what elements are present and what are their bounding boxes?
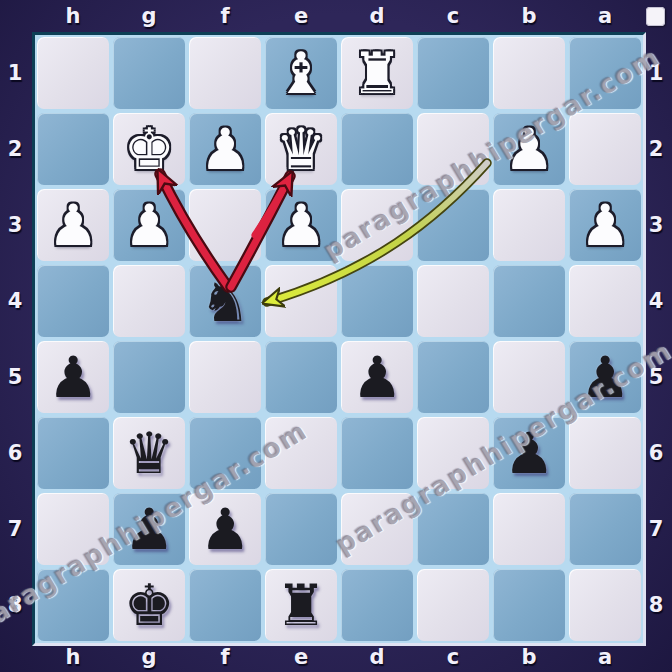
- file-label-bottom-a: a: [598, 645, 612, 669]
- square-h8[interactable]: [35, 567, 111, 643]
- square-b7[interactable]: [491, 491, 567, 567]
- black-pawn-d5: ♟: [351, 349, 402, 406]
- square-b2[interactable]: ♟: [491, 111, 567, 187]
- black-rook-e8: ♜: [275, 577, 326, 634]
- square-b6[interactable]: ♟: [491, 415, 567, 491]
- file-label-bottom-f: f: [220, 645, 229, 669]
- square-a3[interactable]: ♟: [567, 187, 643, 263]
- file-label-top-e: e: [294, 4, 308, 28]
- black-queen-g6: ♛: [123, 425, 174, 482]
- square-f6[interactable]: [187, 415, 263, 491]
- white-pawn-e3: ♟: [275, 197, 326, 254]
- rank-label-right-6: 6: [649, 441, 664, 465]
- file-label-top-h: h: [66, 4, 81, 28]
- file-label-top-a: a: [598, 4, 612, 28]
- board-frame: ♝♜♚♟♛♟♟♟♟♟♞♟♟♟♛♟♟♟♚♜: [32, 32, 646, 646]
- square-h3[interactable]: ♟: [35, 187, 111, 263]
- square-g7[interactable]: ♟: [111, 491, 187, 567]
- square-g2[interactable]: ♚: [111, 111, 187, 187]
- square-d2[interactable]: [339, 111, 415, 187]
- file-label-top-d: d: [369, 4, 384, 28]
- square-c5[interactable]: [415, 339, 491, 415]
- rank-label-left-2: 2: [8, 137, 23, 161]
- square-d6[interactable]: [339, 415, 415, 491]
- square-h7[interactable]: [35, 491, 111, 567]
- square-c3[interactable]: [415, 187, 491, 263]
- rank-label-left-6: 6: [8, 441, 23, 465]
- file-label-bottom-d: d: [369, 645, 384, 669]
- square-c4[interactable]: [415, 263, 491, 339]
- square-d8[interactable]: [339, 567, 415, 643]
- square-b8[interactable]: [491, 567, 567, 643]
- square-g1[interactable]: [111, 35, 187, 111]
- square-c7[interactable]: [415, 491, 491, 567]
- black-king-g8: ♚: [123, 577, 174, 634]
- file-label-top-g: g: [141, 4, 156, 28]
- file-label-top-c: c: [447, 4, 459, 28]
- rank-label-left-1: 1: [8, 61, 23, 85]
- square-f8[interactable]: [187, 567, 263, 643]
- rank-label-right-2: 2: [649, 137, 664, 161]
- square-e3[interactable]: ♟: [263, 187, 339, 263]
- square-f4[interactable]: ♞: [187, 263, 263, 339]
- black-pawn-a5: ♟: [579, 349, 630, 406]
- square-h4[interactable]: [35, 263, 111, 339]
- square-a4[interactable]: [567, 263, 643, 339]
- rank-label-left-7: 7: [8, 517, 23, 541]
- rank-label-right-5: 5: [649, 365, 664, 389]
- white-pawn-h3: ♟: [47, 197, 98, 254]
- square-c6[interactable]: [415, 415, 491, 491]
- square-e5[interactable]: [263, 339, 339, 415]
- file-label-bottom-b: b: [521, 645, 536, 669]
- square-h1[interactable]: [35, 35, 111, 111]
- square-g4[interactable]: [111, 263, 187, 339]
- chess-board: ♝♜♚♟♛♟♟♟♟♟♞♟♟♟♛♟♟♟♚♜: [35, 35, 643, 643]
- rank-label-left-5: 5: [8, 365, 23, 389]
- square-e2[interactable]: ♛: [263, 111, 339, 187]
- white-pawn-b2: ♟: [503, 121, 554, 178]
- rank-label-left-8: 8: [8, 593, 23, 617]
- white-square-bullet-icon: [646, 7, 665, 26]
- square-d1[interactable]: ♜: [339, 35, 415, 111]
- square-e1[interactable]: ♝: [263, 35, 339, 111]
- file-label-bottom-e: e: [294, 645, 308, 669]
- black-knight-f4: ♞: [199, 273, 250, 330]
- white-pawn-g3: ♟: [123, 197, 174, 254]
- square-a5[interactable]: ♟: [567, 339, 643, 415]
- square-e6[interactable]: [263, 415, 339, 491]
- black-pawn-b6: ♟: [503, 425, 554, 482]
- square-d3[interactable]: [339, 187, 415, 263]
- square-f2[interactable]: ♟: [187, 111, 263, 187]
- square-h2[interactable]: [35, 111, 111, 187]
- square-g5[interactable]: [111, 339, 187, 415]
- file-label-bottom-g: g: [141, 645, 156, 669]
- square-a6[interactable]: [567, 415, 643, 491]
- square-a7[interactable]: [567, 491, 643, 567]
- square-d5[interactable]: ♟: [339, 339, 415, 415]
- white-pawn-a3: ♟: [579, 197, 630, 254]
- square-f3[interactable]: [187, 187, 263, 263]
- square-g6[interactable]: ♛: [111, 415, 187, 491]
- file-label-bottom-h: h: [66, 645, 81, 669]
- square-c2[interactable]: [415, 111, 491, 187]
- rank-label-left-4: 4: [8, 289, 23, 313]
- square-d4[interactable]: [339, 263, 415, 339]
- file-label-bottom-c: c: [447, 645, 459, 669]
- square-f7[interactable]: ♟: [187, 491, 263, 567]
- square-f5[interactable]: [187, 339, 263, 415]
- square-e8[interactable]: ♜: [263, 567, 339, 643]
- white-king-g2: ♚: [123, 121, 174, 178]
- square-c1[interactable]: [415, 35, 491, 111]
- white-rook-d1: ♜: [351, 45, 402, 102]
- white-queen-e2: ♛: [275, 121, 326, 178]
- square-e4[interactable]: [263, 263, 339, 339]
- black-pawn-g7: ♟: [123, 501, 174, 558]
- square-c8[interactable]: [415, 567, 491, 643]
- rank-label-right-7: 7: [649, 517, 664, 541]
- square-a1[interactable]: [567, 35, 643, 111]
- rank-label-left-3: 3: [8, 213, 23, 237]
- square-g8[interactable]: ♚: [111, 567, 187, 643]
- rank-label-right-1: 1: [649, 61, 664, 85]
- square-e7[interactable]: [263, 491, 339, 567]
- white-bishop-e1: ♝: [275, 45, 326, 102]
- square-b3[interactable]: [491, 187, 567, 263]
- rank-label-right-8: 8: [649, 593, 664, 617]
- file-label-top-b: b: [521, 4, 536, 28]
- rank-label-right-3: 3: [649, 213, 664, 237]
- square-a2[interactable]: [567, 111, 643, 187]
- black-pawn-f7: ♟: [199, 501, 250, 558]
- square-f1[interactable]: [187, 35, 263, 111]
- square-b4[interactable]: [491, 263, 567, 339]
- square-d7[interactable]: [339, 491, 415, 567]
- file-label-top-f: f: [220, 4, 229, 28]
- square-a8[interactable]: [567, 567, 643, 643]
- white-pawn-f2: ♟: [199, 121, 250, 178]
- square-g3[interactable]: ♟: [111, 187, 187, 263]
- square-h5[interactable]: ♟: [35, 339, 111, 415]
- square-h6[interactable]: [35, 415, 111, 491]
- black-pawn-h5: ♟: [47, 349, 98, 406]
- square-b1[interactable]: [491, 35, 567, 111]
- rank-label-right-4: 4: [649, 289, 664, 313]
- square-b5[interactable]: [491, 339, 567, 415]
